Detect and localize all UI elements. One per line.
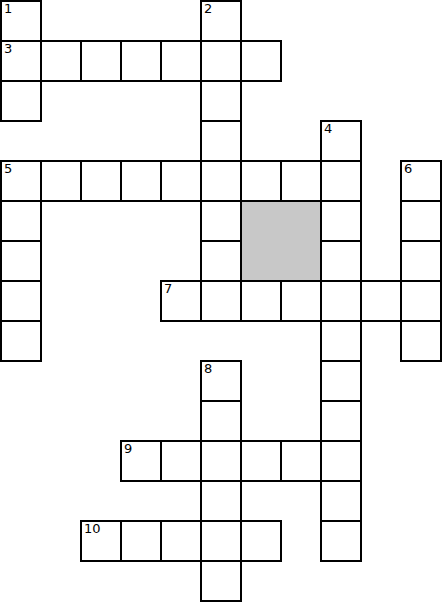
cell[interactable] bbox=[200, 480, 242, 522]
shaded-block bbox=[240, 200, 322, 282]
cell[interactable] bbox=[160, 440, 202, 482]
clue-number: 10 bbox=[84, 522, 101, 536]
cell[interactable] bbox=[240, 280, 282, 322]
cell[interactable] bbox=[200, 280, 242, 322]
cell[interactable]: 10 bbox=[80, 520, 122, 562]
cell[interactable] bbox=[320, 200, 362, 242]
cell[interactable] bbox=[200, 240, 242, 282]
cell[interactable] bbox=[160, 520, 202, 562]
cell[interactable] bbox=[160, 40, 202, 82]
clue-number: 5 bbox=[4, 162, 12, 176]
clue-number: 3 bbox=[4, 42, 12, 56]
cell[interactable] bbox=[320, 360, 362, 402]
cell[interactable] bbox=[120, 520, 162, 562]
cell[interactable] bbox=[320, 440, 362, 482]
cell[interactable] bbox=[0, 80, 42, 122]
cell[interactable] bbox=[200, 80, 242, 122]
cell[interactable]: 2 bbox=[200, 0, 242, 42]
cell[interactable] bbox=[160, 160, 202, 202]
clue-number: 2 bbox=[204, 2, 212, 16]
cell[interactable] bbox=[400, 240, 442, 282]
cell[interactable] bbox=[120, 40, 162, 82]
cell[interactable]: 3 bbox=[0, 40, 42, 82]
cell[interactable] bbox=[0, 280, 42, 322]
cell[interactable]: 6 bbox=[400, 160, 442, 202]
cell[interactable] bbox=[200, 440, 242, 482]
cell[interactable] bbox=[200, 560, 242, 602]
crossword-grid: 12345678910 bbox=[0, 0, 442, 602]
cell[interactable] bbox=[0, 240, 42, 282]
cell[interactable] bbox=[280, 440, 322, 482]
cell[interactable] bbox=[400, 320, 442, 362]
cell[interactable] bbox=[400, 280, 442, 322]
clue-number: 9 bbox=[124, 442, 132, 456]
cell[interactable] bbox=[320, 160, 362, 202]
cell[interactable] bbox=[0, 200, 42, 242]
cell[interactable] bbox=[200, 120, 242, 162]
cell[interactable] bbox=[320, 240, 362, 282]
cell[interactable] bbox=[320, 480, 362, 522]
clue-number: 1 bbox=[4, 2, 12, 16]
cell[interactable] bbox=[200, 520, 242, 562]
cell[interactable] bbox=[400, 200, 442, 242]
cell[interactable] bbox=[320, 280, 362, 322]
cell[interactable] bbox=[320, 400, 362, 442]
cell[interactable] bbox=[80, 160, 122, 202]
clue-number: 6 bbox=[404, 162, 412, 176]
cell[interactable] bbox=[240, 160, 282, 202]
cell[interactable] bbox=[200, 160, 242, 202]
cell[interactable]: 8 bbox=[200, 360, 242, 402]
cell[interactable] bbox=[240, 440, 282, 482]
cell[interactable]: 4 bbox=[320, 120, 362, 162]
cell[interactable]: 7 bbox=[160, 280, 202, 322]
cell[interactable] bbox=[280, 160, 322, 202]
cell[interactable]: 5 bbox=[0, 160, 42, 202]
cell[interactable] bbox=[200, 400, 242, 442]
cell[interactable] bbox=[120, 160, 162, 202]
cell[interactable] bbox=[40, 40, 82, 82]
clue-number: 8 bbox=[204, 362, 212, 376]
cell[interactable] bbox=[200, 40, 242, 82]
cell[interactable] bbox=[240, 520, 282, 562]
cell[interactable] bbox=[200, 200, 242, 242]
cell[interactable] bbox=[320, 320, 362, 362]
cell[interactable] bbox=[360, 280, 402, 322]
clue-number: 7 bbox=[164, 282, 172, 296]
cell[interactable]: 9 bbox=[120, 440, 162, 482]
cell[interactable]: 1 bbox=[0, 0, 42, 42]
cell[interactable] bbox=[80, 40, 122, 82]
clue-number: 4 bbox=[324, 122, 332, 136]
cell[interactable] bbox=[320, 520, 362, 562]
cell[interactable] bbox=[0, 320, 42, 362]
cell[interactable] bbox=[280, 280, 322, 322]
cell[interactable] bbox=[40, 160, 82, 202]
cell[interactable] bbox=[240, 40, 282, 82]
